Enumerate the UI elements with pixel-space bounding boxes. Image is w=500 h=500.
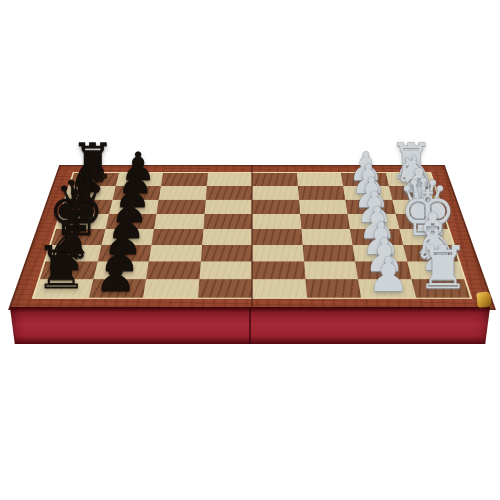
square [385,173,434,186]
square [252,229,302,245]
square [403,245,459,262]
square [197,279,252,298]
square [61,200,112,214]
square [252,245,304,262]
board-fold-seam [251,165,253,310]
square [353,245,407,262]
square [204,200,252,214]
square [252,173,298,186]
square [343,186,392,200]
square [395,214,448,229]
square [146,261,200,279]
square [205,186,252,200]
square [399,229,453,245]
square [252,214,301,229]
square [161,173,208,186]
square [199,261,252,279]
square [200,245,252,262]
square [51,229,105,245]
square [149,245,202,262]
square [300,214,350,229]
square [348,214,399,229]
square [206,173,252,186]
square [252,261,305,279]
square [296,173,343,186]
square [40,261,97,279]
square [154,214,204,229]
square [411,279,470,298]
square [109,200,159,214]
square [301,229,353,245]
square [298,186,346,200]
square [252,279,307,298]
square [70,173,119,186]
square [358,279,415,298]
square [305,279,361,298]
square [350,229,403,245]
square [341,173,389,186]
square [46,245,102,262]
square [115,173,163,186]
square [203,214,252,229]
square [345,200,395,214]
square [143,279,199,298]
square [56,214,109,229]
square [407,261,464,279]
square [93,261,149,279]
product-photo: ♜♟♟♜♞♟♟♞♝♟♟♝♛♟♟♛♚♟♟♚♝♟♟♝♞♟♟♞♜♟♟♜ [0,0,500,500]
square [66,186,116,200]
square [88,279,145,298]
square [156,200,205,214]
square [151,229,203,245]
square [355,261,411,279]
square [299,200,348,214]
square [304,261,358,279]
square [34,279,93,298]
chess-board [8,165,496,310]
brass-clasp-catch [476,291,491,307]
square [101,229,154,245]
box-front-face [8,307,492,344]
box-fold-seam [249,307,251,344]
square [112,186,161,200]
square [252,186,299,200]
square [252,200,300,214]
square [302,245,355,262]
square [105,214,156,229]
square [159,186,207,200]
square [202,229,252,245]
square [97,245,151,262]
